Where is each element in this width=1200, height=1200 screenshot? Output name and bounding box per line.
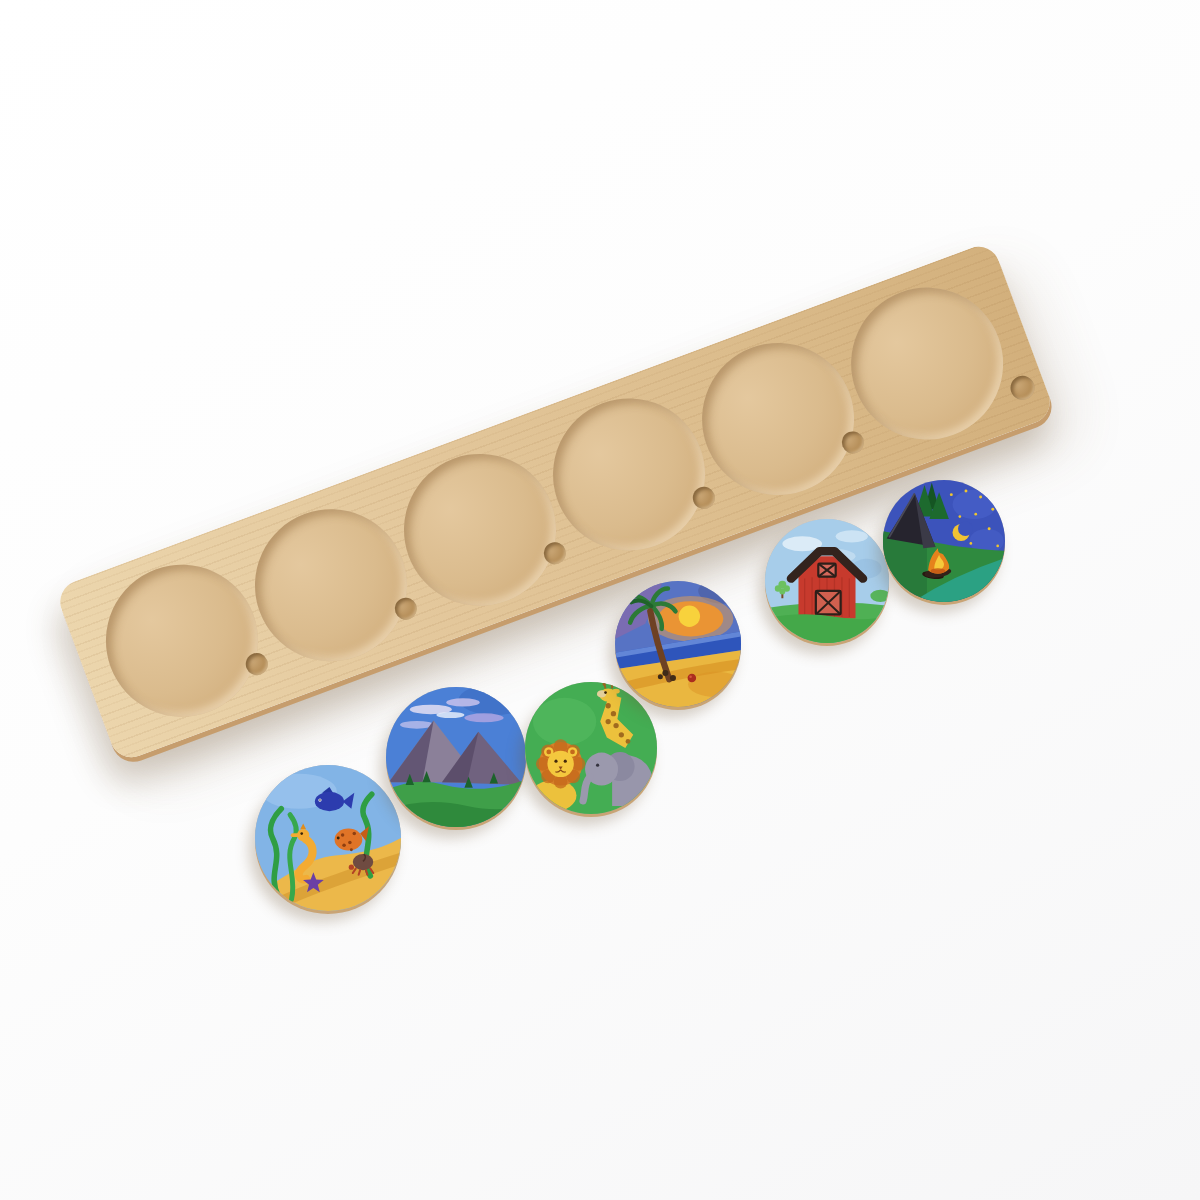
red-ball-icon bbox=[688, 674, 697, 683]
disc-farm[interactable] bbox=[765, 519, 889, 643]
disc-ocean[interactable] bbox=[255, 765, 401, 911]
recess-slot-1[interactable] bbox=[84, 543, 279, 738]
product-photo-scene bbox=[0, 0, 1200, 1200]
disc-beach[interactable] bbox=[615, 581, 741, 707]
farm-art bbox=[765, 519, 889, 643]
disc-mountains[interactable] bbox=[386, 687, 526, 827]
ocean-art bbox=[255, 765, 401, 911]
peg-hole-end bbox=[1007, 372, 1038, 403]
disc-safari[interactable] bbox=[525, 682, 657, 814]
mountains-art bbox=[386, 687, 526, 827]
grass-highlight bbox=[533, 698, 596, 746]
beach-art bbox=[615, 581, 741, 707]
disc-camping[interactable] bbox=[883, 480, 1005, 602]
safari-art bbox=[525, 682, 657, 814]
camping-art bbox=[883, 480, 1005, 602]
